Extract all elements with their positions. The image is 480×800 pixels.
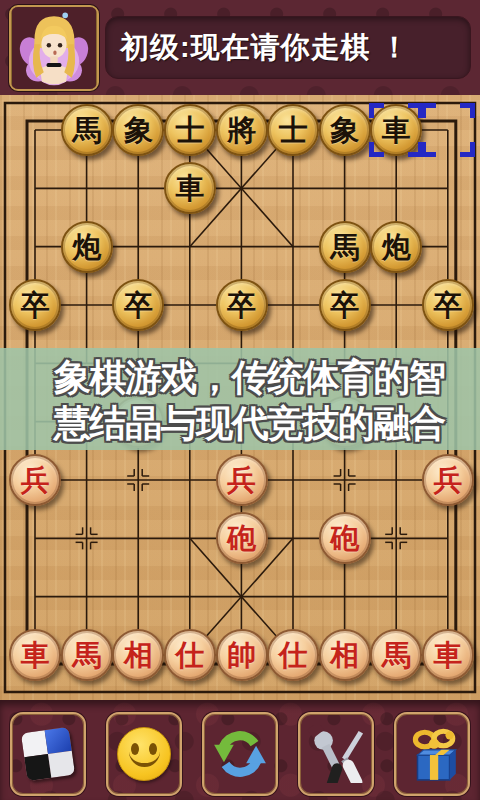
last-move-from	[421, 103, 475, 157]
piece-red[interactable]: 帥	[216, 629, 268, 681]
piece-black[interactable]: 卒	[9, 279, 61, 331]
toolbar	[0, 700, 480, 800]
promo-banner: 象棋游戏，传统体育的智 慧结晶与现代竞技的融合	[0, 348, 480, 450]
piece-black[interactable]: 象	[112, 104, 164, 156]
piece-black[interactable]: 卒	[319, 279, 371, 331]
piece-black[interactable]: 象	[319, 104, 371, 156]
gift-icon	[403, 725, 461, 783]
piece-red[interactable]: 砲	[216, 512, 268, 564]
piece-black[interactable]: 炮	[370, 221, 422, 273]
piece-black[interactable]: 士	[164, 104, 216, 156]
gift-button[interactable]	[394, 712, 470, 796]
piece-black[interactable]: 卒	[216, 279, 268, 331]
piece-red[interactable]: 馬	[370, 629, 422, 681]
piece-black[interactable]: 馬	[61, 104, 113, 156]
piece-black[interactable]: 士	[267, 104, 319, 156]
opponent-avatar	[9, 5, 99, 91]
piece-black[interactable]: 馬	[319, 221, 371, 273]
tools-icon	[307, 725, 365, 783]
piece-black[interactable]: 將	[216, 104, 268, 156]
new-game-button[interactable]	[10, 712, 86, 796]
piece-red[interactable]: 相	[319, 629, 371, 681]
checkered-board-icon	[21, 727, 75, 781]
emotes-button[interactable]	[106, 712, 182, 796]
status-bar: 初级:现在请你走棋 ！	[0, 0, 480, 95]
piece-red[interactable]: 砲	[319, 512, 371, 564]
piece-black[interactable]: 卒	[422, 279, 474, 331]
piece-red[interactable]: 兵	[422, 454, 474, 506]
restart-button[interactable]	[202, 712, 278, 796]
status-message-box: 初级:现在请你走棋 ！	[105, 16, 471, 79]
piece-black[interactable]: 卒	[112, 279, 164, 331]
status-message: 初级:现在请你走棋 ！	[120, 28, 410, 68]
settings-button[interactable]	[298, 712, 374, 796]
xiangqi-board: 馬象士將士象車車炮馬炮卒卒卒卒卒兵兵兵兵兵砲砲車馬相仕帥仕相馬車 象棋游戏，传统…	[0, 95, 480, 700]
piece-red[interactable]: 兵	[216, 454, 268, 506]
last-move-to	[369, 103, 423, 157]
piece-red[interactable]: 仕	[164, 629, 216, 681]
piece-red[interactable]: 車	[9, 629, 61, 681]
smiley-icon	[117, 727, 171, 781]
xiangqi-app-screen: 初级:现在请你走棋 ！ 馬象士將士象車車炮馬炮卒卒卒卒卒兵兵兵兵兵砲砲車馬相仕帥…	[0, 0, 480, 800]
piece-red[interactable]: 兵	[9, 454, 61, 506]
banner-line-1: 象棋游戏，传统体育的智	[54, 355, 480, 401]
refresh-icon	[211, 725, 269, 783]
piece-red[interactable]: 相	[112, 629, 164, 681]
piece-black[interactable]: 炮	[61, 221, 113, 273]
banner-line-2: 慧结晶与现代竞技的融合	[54, 401, 480, 447]
piece-red[interactable]: 車	[422, 629, 474, 681]
avatar-girl-illustration	[11, 7, 97, 89]
piece-black[interactable]: 車	[164, 162, 216, 214]
piece-red[interactable]: 仕	[267, 629, 319, 681]
piece-red[interactable]: 馬	[61, 629, 113, 681]
